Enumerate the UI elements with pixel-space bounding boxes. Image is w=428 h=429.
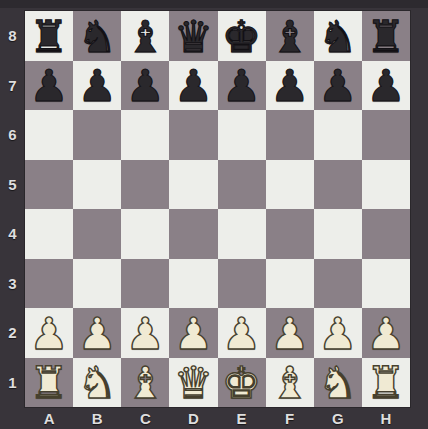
square-a3[interactable] [25,259,73,309]
piece-white-knight[interactable]: ♞ [77,359,116,407]
rank-label-3: 3 [0,259,25,309]
square-g4[interactable] [314,209,362,259]
square-e5[interactable] [218,160,266,210]
rank-label-1: 1 [0,358,25,408]
file-label-b: B [73,407,121,429]
piece-black-pawn[interactable]: ♟ [366,62,405,110]
piece-white-queen[interactable]: ♛ [174,359,213,407]
square-d4[interactable] [169,209,217,259]
square-e3[interactable] [218,259,266,309]
piece-black-pawn[interactable]: ♟ [29,62,68,110]
file-labels-row: ABCDEFGH [25,407,410,429]
square-b4[interactable] [73,209,121,259]
square-g7[interactable]: ♟ [314,61,362,111]
square-c8[interactable]: ♝ [121,11,169,61]
rank-labels-column: 87654321 [0,11,25,407]
square-b6[interactable] [73,110,121,160]
square-g3[interactable] [314,259,362,309]
piece-black-bishop[interactable]: ♝ [270,13,309,61]
square-d2[interactable]: ♟ [169,308,217,358]
square-c6[interactable] [121,110,169,160]
piece-black-pawn[interactable]: ♟ [222,62,261,110]
piece-black-knight[interactable]: ♞ [77,13,116,61]
square-g6[interactable] [314,110,362,160]
square-d1[interactable]: ♛ [169,358,217,408]
square-g8[interactable]: ♞ [314,11,362,61]
square-a4[interactable] [25,209,73,259]
square-h7[interactable]: ♟ [362,61,410,111]
square-e4[interactable] [218,209,266,259]
square-b3[interactable] [73,259,121,309]
piece-black-pawn[interactable]: ♟ [174,62,213,110]
square-h6[interactable] [362,110,410,160]
square-d6[interactable] [169,110,217,160]
piece-black-pawn[interactable]: ♟ [126,62,165,110]
chess-board: ♜♞♝♛♚♝♞♜♟♟♟♟♟♟♟♟♟♟♟♟♟♟♟♟♜♞♝♛♚♝♞♜ [25,11,410,407]
piece-white-pawn[interactable]: ♟ [318,310,357,358]
piece-black-king[interactable]: ♚ [222,13,261,61]
square-h3[interactable] [362,259,410,309]
square-d7[interactable]: ♟ [169,61,217,111]
square-e2[interactable]: ♟ [218,308,266,358]
piece-white-king[interactable]: ♚ [222,359,261,407]
square-h5[interactable] [362,160,410,210]
square-f1[interactable]: ♝ [266,358,314,408]
file-label-e: E [218,407,266,429]
piece-black-pawn[interactable]: ♟ [270,62,309,110]
piece-black-bishop[interactable]: ♝ [126,13,165,61]
square-f4[interactable] [266,209,314,259]
square-e7[interactable]: ♟ [218,61,266,111]
square-c2[interactable]: ♟ [121,308,169,358]
rank-label-7: 7 [0,61,25,111]
rank-label-8: 8 [0,11,25,61]
square-d5[interactable] [169,160,217,210]
square-f2[interactable]: ♟ [266,308,314,358]
square-f3[interactable] [266,259,314,309]
square-e6[interactable] [218,110,266,160]
file-label-a: A [25,407,73,429]
piece-white-bishop[interactable]: ♝ [126,359,165,407]
square-f6[interactable] [266,110,314,160]
piece-black-pawn[interactable]: ♟ [318,62,357,110]
square-a7[interactable]: ♟ [25,61,73,111]
square-a6[interactable] [25,110,73,160]
square-f5[interactable] [266,160,314,210]
square-c4[interactable] [121,209,169,259]
file-label-f: F [266,407,314,429]
square-f7[interactable]: ♟ [266,61,314,111]
square-b8[interactable]: ♞ [73,11,121,61]
square-a1[interactable]: ♜ [25,358,73,408]
piece-black-knight[interactable]: ♞ [318,13,357,61]
piece-white-bishop[interactable]: ♝ [270,359,309,407]
rank-label-6: 6 [0,110,25,160]
square-h8[interactable]: ♜ [362,11,410,61]
piece-white-rook[interactable]: ♜ [29,359,68,407]
square-a5[interactable] [25,160,73,210]
square-c1[interactable]: ♝ [121,358,169,408]
piece-white-pawn[interactable]: ♟ [270,310,309,358]
square-b5[interactable] [73,160,121,210]
square-b2[interactable]: ♟ [73,308,121,358]
square-g5[interactable] [314,160,362,210]
piece-white-pawn[interactable]: ♟ [174,310,213,358]
square-e8[interactable]: ♚ [218,11,266,61]
square-g2[interactable]: ♟ [314,308,362,358]
square-g1[interactable]: ♞ [314,358,362,408]
square-b1[interactable]: ♞ [73,358,121,408]
rank-label-4: 4 [0,209,25,259]
piece-white-pawn[interactable]: ♟ [77,310,116,358]
square-f8[interactable]: ♝ [266,11,314,61]
piece-white-knight[interactable]: ♞ [318,359,357,407]
file-label-c: C [121,407,169,429]
square-a2[interactable]: ♟ [25,308,73,358]
piece-black-rook[interactable]: ♜ [29,13,68,61]
piece-white-pawn[interactable]: ♟ [126,310,165,358]
rank-label-5: 5 [0,160,25,210]
chess-app-window: 87654321 ♜♞♝♛♚♝♞♜♟♟♟♟♟♟♟♟♟♟♟♟♟♟♟♟♜♞♝♛♚♝♞… [0,0,428,429]
piece-white-pawn[interactable]: ♟ [29,310,68,358]
piece-black-pawn[interactable]: ♟ [77,62,116,110]
piece-white-pawn[interactable]: ♟ [222,310,261,358]
square-h4[interactable] [362,209,410,259]
square-b7[interactable]: ♟ [73,61,121,111]
square-a8[interactable]: ♜ [25,11,73,61]
file-label-h: H [362,407,410,429]
piece-white-pawn[interactable]: ♟ [366,310,405,358]
piece-white-rook[interactable]: ♜ [366,359,405,407]
square-e1[interactable]: ♚ [218,358,266,408]
piece-black-rook[interactable]: ♜ [366,13,405,61]
file-label-g: G [314,407,362,429]
file-label-d: D [169,407,217,429]
square-h2[interactable]: ♟ [362,308,410,358]
piece-black-queen[interactable]: ♛ [174,13,213,61]
square-c3[interactable] [121,259,169,309]
square-h1[interactable]: ♜ [362,358,410,408]
square-d8[interactable]: ♛ [169,11,217,61]
square-d3[interactable] [169,259,217,309]
square-c5[interactable] [121,160,169,210]
square-c7[interactable]: ♟ [121,61,169,111]
rank-label-2: 2 [0,308,25,358]
